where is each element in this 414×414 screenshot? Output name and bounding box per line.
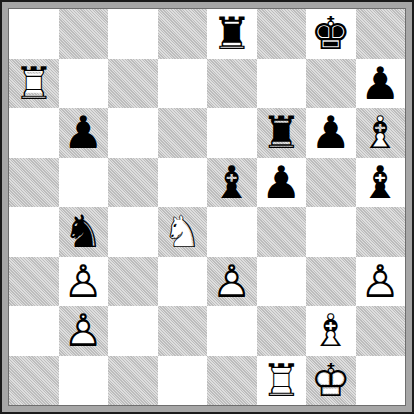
white-pawn-glyph: ♙ [59,306,109,356]
black-knight-glyph: ♞ [59,207,109,257]
square-b3[interactable]: ♟♙ [59,257,109,307]
square-f3[interactable] [257,257,307,307]
square-b5[interactable] [59,158,109,208]
square-g8[interactable]: ♚ [306,9,356,59]
square-h5[interactable]: ♝ [356,158,406,208]
square-e3[interactable]: ♟♙ [207,257,257,307]
square-e5[interactable]: ♝ [207,158,257,208]
chess-board: ♜♚♜♖♟♟♜♟♝♗♝♟♝♞♞♘♟♙♟♙♟♙♟♙♝♗♜♖♚♔ [8,8,406,406]
square-g4[interactable] [306,207,356,257]
square-d1[interactable] [158,356,208,406]
square-a3[interactable] [9,257,59,307]
square-f1[interactable]: ♜♖ [257,356,307,406]
square-f6[interactable]: ♜ [257,108,307,158]
black-rook-glyph: ♜ [207,9,257,59]
white-pawn-glyph: ♙ [207,257,257,307]
square-g7[interactable] [306,59,356,109]
black-bishop-glyph: ♝ [207,158,257,208]
square-b4[interactable]: ♞ [59,207,109,257]
white-knight-glyph: ♘ [158,207,208,257]
piece-white-king: ♚♔ [306,356,356,406]
square-d3[interactable] [158,257,208,307]
black-pawn-glyph: ♟ [356,59,406,109]
black-pawn-glyph: ♟ [59,108,109,158]
piece-white-rook: ♜♖ [257,356,307,406]
square-a8[interactable] [9,9,59,59]
white-king-glyph: ♔ [306,356,356,406]
square-d4[interactable]: ♞♘ [158,207,208,257]
square-a5[interactable] [9,158,59,208]
square-h8[interactable] [356,9,406,59]
square-a7[interactable]: ♜♖ [9,59,59,109]
square-c6[interactable] [108,108,158,158]
square-h7[interactable]: ♟ [356,59,406,109]
black-pawn-glyph: ♟ [257,158,307,208]
square-c1[interactable] [108,356,158,406]
piece-white-pawn: ♟♙ [59,306,109,356]
square-h1[interactable] [356,356,406,406]
piece-black-rook: ♜ [207,9,257,59]
square-b8[interactable] [59,9,109,59]
square-g5[interactable] [306,158,356,208]
square-e2[interactable] [207,306,257,356]
square-d5[interactable] [158,158,208,208]
square-c3[interactable] [108,257,158,307]
square-c4[interactable] [108,207,158,257]
square-h6[interactable]: ♝♗ [356,108,406,158]
square-f8[interactable] [257,9,307,59]
square-d8[interactable] [158,9,208,59]
piece-black-pawn: ♟ [306,108,356,158]
square-h4[interactable] [356,207,406,257]
black-bishop-glyph: ♝ [356,158,406,208]
board-frame: ♜♚♜♖♟♟♜♟♝♗♝♟♝♞♞♘♟♙♟♙♟♙♟♙♝♗♜♖♚♔ [0,0,414,414]
square-d2[interactable] [158,306,208,356]
piece-black-bishop: ♝ [356,158,406,208]
white-bishop-glyph: ♗ [306,306,356,356]
square-f5[interactable]: ♟ [257,158,307,208]
square-b2[interactable]: ♟♙ [59,306,109,356]
square-d6[interactable] [158,108,208,158]
chess-diagram: ♜♚♜♖♟♟♜♟♝♗♝♟♝♞♞♘♟♙♟♙♟♙♟♙♝♗♜♖♚♔ [0,0,414,414]
square-h2[interactable] [356,306,406,356]
piece-black-pawn: ♟ [356,59,406,109]
piece-white-bishop: ♝♗ [356,108,406,158]
white-bishop-glyph: ♗ [356,108,406,158]
square-e8[interactable]: ♜ [207,9,257,59]
square-a1[interactable] [9,356,59,406]
square-c7[interactable] [108,59,158,109]
piece-black-knight: ♞ [59,207,109,257]
square-f7[interactable] [257,59,307,109]
white-rook-glyph: ♖ [9,59,59,109]
square-e1[interactable] [207,356,257,406]
square-g1[interactable]: ♚♔ [306,356,356,406]
square-c8[interactable] [108,9,158,59]
square-e4[interactable] [207,207,257,257]
square-h3[interactable]: ♟♙ [356,257,406,307]
white-pawn-glyph: ♙ [59,257,109,307]
square-a4[interactable] [9,207,59,257]
piece-white-pawn: ♟♙ [207,257,257,307]
square-g3[interactable] [306,257,356,307]
piece-white-pawn: ♟♙ [356,257,406,307]
black-king-glyph: ♚ [306,9,356,59]
piece-black-pawn: ♟ [257,158,307,208]
square-e7[interactable] [207,59,257,109]
piece-white-rook: ♜♖ [9,59,59,109]
black-rook-glyph: ♜ [257,108,307,158]
square-g2[interactable]: ♝♗ [306,306,356,356]
square-f4[interactable] [257,207,307,257]
square-b6[interactable]: ♟ [59,108,109,158]
square-b1[interactable] [59,356,109,406]
square-g6[interactable]: ♟ [306,108,356,158]
piece-white-knight: ♞♘ [158,207,208,257]
square-c5[interactable] [108,158,158,208]
piece-black-rook: ♜ [257,108,307,158]
piece-black-king: ♚ [306,9,356,59]
piece-black-pawn: ♟ [59,108,109,158]
square-b7[interactable] [59,59,109,109]
square-a2[interactable] [9,306,59,356]
piece-white-pawn: ♟♙ [59,257,109,307]
square-c2[interactable] [108,306,158,356]
square-f2[interactable] [257,306,307,356]
piece-white-bishop: ♝♗ [306,306,356,356]
square-d7[interactable] [158,59,208,109]
white-rook-glyph: ♖ [257,356,307,406]
square-e6[interactable] [207,108,257,158]
square-a6[interactable] [9,108,59,158]
piece-black-bishop: ♝ [207,158,257,208]
black-pawn-glyph: ♟ [306,108,356,158]
white-pawn-glyph: ♙ [356,257,406,307]
